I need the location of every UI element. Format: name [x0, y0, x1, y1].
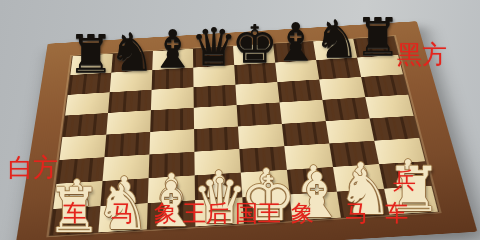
square-h8 [353, 37, 398, 58]
square-f5 [280, 100, 326, 124]
square-b3 [103, 154, 150, 181]
square-b5 [106, 110, 151, 134]
square-a6 [65, 92, 110, 115]
bishop-c1-label: 象 [154, 202, 177, 225]
square-a3 [56, 157, 104, 184]
square-c8 [152, 49, 193, 70]
square-f6 [277, 79, 322, 102]
square-c6 [151, 87, 194, 110]
square-e4 [238, 124, 284, 149]
square-g4 [326, 118, 374, 143]
square-d7 [193, 65, 235, 87]
square-g5 [322, 97, 369, 121]
square-d6 [194, 85, 237, 108]
square-e6 [235, 82, 279, 105]
square-a5 [62, 113, 108, 137]
square-g6 [319, 77, 365, 100]
square-d4 [194, 127, 239, 152]
square-h3 [374, 138, 425, 164]
square-h4 [370, 116, 420, 141]
square-a7 [68, 73, 111, 95]
square-f4 [282, 121, 329, 146]
square-b4 [104, 132, 150, 157]
square-d5 [194, 105, 238, 129]
square-d3 [194, 149, 240, 175]
square-e5 [237, 102, 282, 126]
white-side-label: 白方 [8, 155, 58, 180]
knight-g1-label: 马 [345, 202, 368, 225]
king-e1-label: 国王 [235, 202, 281, 225]
square-f3 [284, 143, 333, 169]
rook-h1-label: 车 [385, 202, 408, 225]
rook-a1-label: 车 [63, 202, 86, 225]
square-h6 [361, 74, 408, 97]
square-c3 [149, 152, 195, 178]
square-a4 [59, 135, 106, 160]
square-c5 [150, 108, 194, 132]
square-g2 [333, 164, 384, 191]
square-c7 [152, 68, 194, 90]
square-c4 [149, 129, 194, 154]
square-f7 [275, 60, 319, 82]
square-g7 [316, 58, 361, 80]
knight-b1-label: 马 [111, 202, 134, 225]
queen-d1-label: 王后 [183, 202, 229, 225]
square-b7 [110, 70, 153, 92]
square-e7 [234, 63, 277, 85]
square-e3 [239, 146, 287, 172]
bishop-f1-label: 象 [291, 202, 314, 225]
square-g3 [329, 141, 379, 167]
black-side-label: 黑方 [397, 42, 447, 67]
square-c2 [148, 175, 195, 203]
square-f2 [287, 167, 337, 195]
pawn-label: 兵 [393, 169, 416, 192]
square-e2 [241, 170, 290, 198]
square-b6 [108, 90, 152, 113]
square-d2 [195, 173, 243, 201]
square-h5 [365, 95, 413, 119]
photo-stage: ♜♞♝♛♚♝♞♜♟♟♟♟♟♟♟♟♜♞♝♛♚♝♞♜ 黑方白方车马象王后国王象马车兵 [0, 0, 480, 240]
